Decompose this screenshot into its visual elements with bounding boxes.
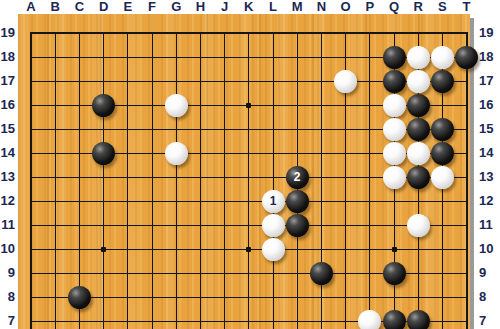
stone-white-L12: 1 <box>262 190 285 213</box>
grid-line-col-L <box>273 32 274 329</box>
column-label-M: M <box>292 0 303 14</box>
stone-black-Q17 <box>383 70 406 93</box>
row-label-right-16: 16 <box>479 97 499 113</box>
stone-black-S17 <box>431 70 454 93</box>
row-label-left-15: 15 <box>0 121 15 137</box>
row-label-left-13: 13 <box>0 169 15 185</box>
column-label-G: G <box>171 0 181 14</box>
row-label-left-7: 7 <box>0 313 15 329</box>
grid-line-col-A <box>30 32 32 329</box>
row-label-left-16: 16 <box>0 97 15 113</box>
stone-white-L10 <box>262 238 285 261</box>
stone-white-S13 <box>431 166 454 189</box>
stone-black-Q9 <box>383 262 406 285</box>
column-label-A: A <box>26 0 35 14</box>
stone-black-T18 <box>455 46 478 69</box>
row-label-right-14: 14 <box>479 145 499 161</box>
row-label-right-13: 13 <box>479 169 499 185</box>
column-label-K: K <box>244 0 253 14</box>
star-point-Q10 <box>392 247 397 252</box>
row-label-left-8: 8 <box>0 289 15 305</box>
row-label-left-17: 17 <box>0 73 15 89</box>
grid-line-col-C <box>79 32 80 329</box>
column-label-R: R <box>413 0 422 14</box>
column-label-S: S <box>438 0 447 14</box>
column-label-J: J <box>221 0 228 14</box>
stone-white-G16 <box>165 94 188 117</box>
grid-line-col-J <box>224 32 225 329</box>
stone-white-Q16 <box>383 94 406 117</box>
stone-black-Q7 <box>383 310 406 329</box>
grid-line-row-19 <box>30 32 468 34</box>
row-label-right-12: 12 <box>479 193 499 209</box>
stone-black-R13 <box>407 166 430 189</box>
column-label-H: H <box>196 0 205 14</box>
stone-black-M12 <box>286 190 309 213</box>
row-label-right-7: 7 <box>479 313 499 329</box>
column-label-N: N <box>317 0 326 14</box>
row-label-right-15: 15 <box>479 121 499 137</box>
stone-white-O17 <box>334 70 357 93</box>
stone-black-Q18 <box>383 46 406 69</box>
grid-line-col-T <box>466 32 468 329</box>
stone-white-Q14 <box>383 142 406 165</box>
star-point-K16 <box>246 103 251 108</box>
column-label-D: D <box>99 0 108 14</box>
grid-line-col-F <box>152 32 153 329</box>
grid-line-col-P <box>369 32 370 329</box>
stone-white-Q13 <box>383 166 406 189</box>
grid-line-col-K <box>248 32 249 329</box>
star-point-K10 <box>246 247 251 252</box>
stone-white-R14 <box>407 142 430 165</box>
grid-line-col-E <box>127 32 128 329</box>
grid-line-col-H <box>200 32 201 329</box>
row-label-left-12: 12 <box>0 193 15 209</box>
stone-white-Q15 <box>383 118 406 141</box>
stone-black-M11 <box>286 214 309 237</box>
grid-line-col-B <box>55 32 56 329</box>
column-label-L: L <box>269 0 277 14</box>
column-label-T: T <box>463 0 471 14</box>
column-label-O: O <box>341 0 351 14</box>
column-label-P: P <box>365 0 374 14</box>
stone-black-S15 <box>431 118 454 141</box>
row-label-left-10: 10 <box>0 241 15 257</box>
row-label-left-18: 18 <box>0 49 15 65</box>
stone-black-D14 <box>92 142 115 165</box>
stone-white-G14 <box>165 142 188 165</box>
row-label-left-11: 11 <box>0 217 15 233</box>
row-label-left-19: 19 <box>0 25 15 41</box>
stone-black-N9 <box>310 262 333 285</box>
stone-black-R16 <box>407 94 430 117</box>
stone-black-S14 <box>431 142 454 165</box>
stone-black-R7 <box>407 310 430 329</box>
column-label-E: E <box>123 0 132 14</box>
stone-white-R18 <box>407 46 430 69</box>
row-label-left-14: 14 <box>0 145 15 161</box>
grid-line-row-12 <box>30 201 468 202</box>
column-label-C: C <box>75 0 84 14</box>
grid-line-col-D <box>103 32 104 329</box>
stone-white-R17 <box>407 70 430 93</box>
stone-white-R11 <box>407 214 430 237</box>
row-label-left-9: 9 <box>0 265 15 281</box>
grid-line-row-11 <box>30 225 468 226</box>
stone-white-L11 <box>262 214 285 237</box>
row-label-right-18: 18 <box>479 49 499 65</box>
stone-black-M13: 2 <box>286 166 309 189</box>
go-board-screen: ABCDEFGHJKLMNOPQRST191918181717161615151… <box>0 0 500 329</box>
grid-line-col-G <box>176 32 177 329</box>
stone-black-R15 <box>407 118 430 141</box>
row-label-right-8: 8 <box>479 289 499 305</box>
stone-white-S18 <box>431 46 454 69</box>
stone-black-D16 <box>92 94 115 117</box>
stone-black-C8 <box>68 286 91 309</box>
row-label-right-17: 17 <box>479 73 499 89</box>
row-label-right-19: 19 <box>479 25 499 41</box>
move-number-label-2: 2 <box>294 171 301 183</box>
row-label-right-9: 9 <box>479 265 499 281</box>
grid-line-row-8 <box>30 297 468 298</box>
star-point-D10 <box>101 247 106 252</box>
column-label-B: B <box>50 0 59 14</box>
row-label-right-11: 11 <box>479 217 499 233</box>
column-label-F: F <box>148 0 156 14</box>
row-label-right-10: 10 <box>479 241 499 257</box>
column-label-Q: Q <box>389 0 399 14</box>
move-number-label-1: 1 <box>270 195 277 207</box>
